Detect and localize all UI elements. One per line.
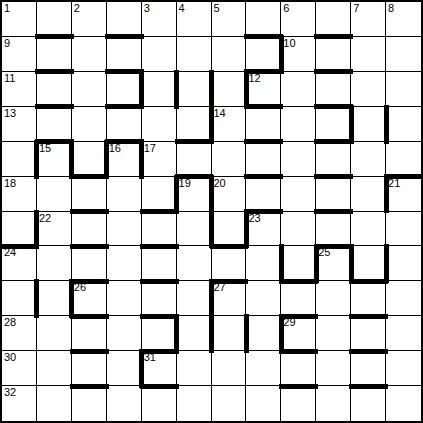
cell-r3c10[interactable] xyxy=(351,107,386,142)
bar-below-r10c2 xyxy=(70,384,109,389)
cell-r8c8[interactable] xyxy=(281,281,316,316)
cell-r4c5[interactable] xyxy=(177,142,212,177)
cell-r5c9[interactable] xyxy=(316,177,351,212)
cell-r1c7[interactable] xyxy=(246,37,281,72)
cell-r7c10[interactable] xyxy=(351,246,386,281)
cell-r0c11[interactable] xyxy=(386,2,421,37)
cell-r8c10[interactable] xyxy=(351,281,386,316)
bar-right-r8c0 xyxy=(34,279,39,318)
bar-below-r5c4 xyxy=(140,209,179,214)
bar-below-r0c9 xyxy=(314,34,353,39)
bar-right-r2c5 xyxy=(209,70,214,109)
cell-r10c5[interactable] xyxy=(177,351,212,386)
bar-right-r4c1 xyxy=(69,140,74,179)
cell-r8c9[interactable] xyxy=(316,281,351,316)
bar-below-r9c2 xyxy=(70,349,109,354)
cell-r4c11[interactable] xyxy=(386,142,421,177)
cell-r0c7[interactable] xyxy=(246,2,281,37)
bar-below-r7c10 xyxy=(349,279,388,284)
cell-r10c1[interactable] xyxy=(37,351,72,386)
cell-r0c0[interactable] xyxy=(2,2,37,37)
cell-r10c9[interactable] xyxy=(316,351,351,386)
cell-r6c8[interactable] xyxy=(281,212,316,247)
bar-right-r9c4 xyxy=(174,314,179,353)
bar-below-r6c4 xyxy=(140,244,179,249)
cell-r7c1[interactable] xyxy=(37,246,72,281)
cell-r2c7[interactable] xyxy=(246,72,281,107)
cell-r8c0[interactable] xyxy=(2,281,37,316)
cell-r2c10[interactable] xyxy=(351,72,386,107)
bar-below-r6c0 xyxy=(0,244,39,249)
cell-r2c4[interactable] xyxy=(142,72,177,107)
bar-below-r3c3 xyxy=(105,139,144,144)
bar-right-r4c2 xyxy=(104,140,109,179)
bar-below-r6c2 xyxy=(70,244,109,249)
cell-r3c8[interactable] xyxy=(281,107,316,142)
cell-r7c4[interactable] xyxy=(142,246,177,281)
cell-r5c2[interactable] xyxy=(72,177,107,212)
cell-r9c8[interactable] xyxy=(281,316,316,351)
bar-right-r9c6 xyxy=(244,314,249,353)
cell-r5c10[interactable] xyxy=(351,177,386,212)
cell-r10c3[interactable] xyxy=(107,351,142,386)
cell-r11c0[interactable] xyxy=(2,386,37,421)
cell-r8c11[interactable] xyxy=(386,281,421,316)
cell-r5c6[interactable] xyxy=(212,177,247,212)
cell-r7c3[interactable] xyxy=(107,246,142,281)
bar-right-r4c3 xyxy=(139,140,144,179)
cell-r6c10[interactable] xyxy=(351,212,386,247)
cell-r7c9[interactable] xyxy=(316,246,351,281)
cell-r1c10[interactable] xyxy=(351,37,386,72)
bar-below-r1c3 xyxy=(105,69,144,74)
cell-r1c2[interactable] xyxy=(72,37,107,72)
cell-r5c8[interactable] xyxy=(281,177,316,212)
cell-r3c0[interactable] xyxy=(2,107,37,142)
bar-below-r3c9 xyxy=(314,139,353,144)
bar-below-r1c1 xyxy=(35,69,74,74)
bar-right-r8c1 xyxy=(69,279,74,318)
cell-r11c4[interactable] xyxy=(142,386,177,421)
bar-right-r7c9 xyxy=(349,244,354,283)
cell-r11c3[interactable] xyxy=(107,386,142,421)
cell-r11c9[interactable] xyxy=(316,386,351,421)
bar-below-r5c9 xyxy=(314,209,353,214)
bar-right-r2c4 xyxy=(174,70,179,109)
cell-r3c1[interactable] xyxy=(37,107,72,142)
cell-r6c9[interactable] xyxy=(316,212,351,247)
cell-r9c2[interactable] xyxy=(72,316,107,351)
bar-below-r7c2 xyxy=(70,279,109,284)
bar-below-r3c7 xyxy=(244,139,283,144)
cell-r5c7[interactable] xyxy=(246,177,281,212)
bar-below-r6c9 xyxy=(314,244,353,249)
bar-right-r1c7 xyxy=(279,35,284,74)
bar-below-r2c1 xyxy=(35,104,74,109)
cell-r7c8[interactable] xyxy=(281,246,316,281)
cell-r11c11[interactable] xyxy=(386,386,421,421)
cell-r10c10[interactable] xyxy=(351,351,386,386)
bar-below-r9c4 xyxy=(140,349,179,354)
cell-r9c5[interactable] xyxy=(177,316,212,351)
cell-r2c9[interactable] xyxy=(316,72,351,107)
bar-below-r3c5 xyxy=(175,139,214,144)
cell-r9c3[interactable] xyxy=(107,316,142,351)
cell-r9c11[interactable] xyxy=(386,316,421,351)
cell-r1c9[interactable] xyxy=(316,37,351,72)
cell-r4c6[interactable] xyxy=(212,142,247,177)
cell-r8c5[interactable] xyxy=(177,281,212,316)
bar-below-r8c8 xyxy=(279,314,318,319)
cell-r3c9[interactable] xyxy=(316,107,351,142)
cell-r7c7[interactable] xyxy=(246,246,281,281)
cell-r4c2[interactable] xyxy=(72,142,107,177)
bar-below-r4c9 xyxy=(314,174,353,179)
cell-r11c2[interactable] xyxy=(72,386,107,421)
bar-below-r7c8 xyxy=(279,279,318,284)
cell-r9c0[interactable] xyxy=(2,316,37,351)
cell-r7c2[interactable] xyxy=(72,246,107,281)
cell-r6c6[interactable] xyxy=(212,212,247,247)
bar-below-r2c3 xyxy=(105,104,144,109)
bar-right-r9c5 xyxy=(209,314,214,353)
cell-r1c3[interactable] xyxy=(107,37,142,72)
cell-r6c3[interactable] xyxy=(107,212,142,247)
cell-r10c4[interactable] xyxy=(142,351,177,386)
bar-right-r7c8 xyxy=(314,244,319,283)
bar-below-r7c4 xyxy=(140,279,179,284)
cell-r6c11[interactable] xyxy=(386,212,421,247)
cell-r4c0[interactable] xyxy=(2,142,37,177)
cell-r5c11[interactable] xyxy=(386,177,421,212)
bar-below-r10c8 xyxy=(279,384,318,389)
bar-right-r2c3 xyxy=(139,70,144,109)
cell-r6c2[interactable] xyxy=(72,212,107,247)
cell-r4c7[interactable] xyxy=(246,142,281,177)
cell-r5c0[interactable] xyxy=(2,177,37,212)
bar-right-r6c0 xyxy=(34,210,39,249)
cell-r11c8[interactable] xyxy=(281,386,316,421)
cell-r11c1[interactable] xyxy=(37,386,72,421)
cell-r3c11[interactable] xyxy=(386,107,421,142)
bar-right-r7c7 xyxy=(279,244,284,283)
bar-below-r2c9 xyxy=(314,104,353,109)
bar-right-r6c6 xyxy=(244,210,249,249)
bar-right-r2c6 xyxy=(244,70,249,109)
cell-r0c2[interactable] xyxy=(72,2,107,37)
bar-below-r4c11 xyxy=(384,174,423,179)
cell-r6c4[interactable] xyxy=(142,212,177,247)
cell-r4c4[interactable] xyxy=(142,142,177,177)
cell-r0c1[interactable] xyxy=(37,2,72,37)
cell-r1c8[interactable] xyxy=(281,37,316,72)
cell-r7c0[interactable] xyxy=(2,246,37,281)
cell-r6c1[interactable] xyxy=(37,212,72,247)
cell-r10c0[interactable] xyxy=(2,351,37,386)
bar-right-r9c7 xyxy=(279,314,284,353)
cell-r5c4[interactable] xyxy=(142,177,177,212)
cell-r9c9[interactable] xyxy=(316,316,351,351)
cell-r4c9[interactable] xyxy=(316,142,351,177)
crossword-board: 1234567891011121314151617181920212223242… xyxy=(0,0,423,423)
bar-below-r4c5 xyxy=(175,174,214,179)
cell-r4c8[interactable] xyxy=(281,142,316,177)
bar-below-r2c7 xyxy=(244,104,283,109)
cell-r10c11[interactable] xyxy=(386,351,421,386)
cell-r3c3[interactable] xyxy=(107,107,142,142)
cell-r3c6[interactable] xyxy=(212,107,247,142)
bar-right-r7c10 xyxy=(384,244,389,283)
bar-right-r5c5 xyxy=(209,175,214,214)
cell-r5c5[interactable] xyxy=(177,177,212,212)
bar-below-r5c7 xyxy=(244,209,283,214)
cell-r11c10[interactable] xyxy=(351,386,386,421)
cell-r2c11[interactable] xyxy=(386,72,421,107)
cell-r8c1[interactable] xyxy=(37,281,72,316)
cell-r2c5[interactable] xyxy=(177,72,212,107)
cell-r3c5[interactable] xyxy=(177,107,212,142)
cell-r1c0[interactable] xyxy=(2,37,37,72)
bar-below-r10c4 xyxy=(140,384,179,389)
cell-r5c1[interactable] xyxy=(37,177,72,212)
bar-below-r5c2 xyxy=(70,209,109,214)
bar-right-r10c3 xyxy=(139,349,144,388)
bar-right-r5c10 xyxy=(384,175,389,214)
cell-r2c6[interactable] xyxy=(212,72,247,107)
bar-right-r8c5 xyxy=(209,279,214,318)
cell-r2c8[interactable] xyxy=(281,72,316,107)
cell-r8c4[interactable] xyxy=(142,281,177,316)
bar-right-r3c9 xyxy=(349,105,354,144)
cell-r0c9[interactable] xyxy=(316,2,351,37)
cell-r8c6[interactable] xyxy=(212,281,247,316)
bar-right-r3c5 xyxy=(209,105,214,144)
bar-right-r3c10 xyxy=(384,105,389,144)
cell-r2c1[interactable] xyxy=(37,72,72,107)
cell-r8c2[interactable] xyxy=(72,281,107,316)
bar-below-r3c1 xyxy=(35,139,74,144)
bar-below-r6c6 xyxy=(210,244,249,249)
cell-r10c7[interactable] xyxy=(246,351,281,386)
bar-below-r0c3 xyxy=(105,34,144,39)
bar-below-r9c10 xyxy=(349,349,388,354)
cell-r11c7[interactable] xyxy=(246,386,281,421)
cell-r2c0[interactable] xyxy=(2,72,37,107)
cell-r3c2[interactable] xyxy=(72,107,107,142)
bar-below-r9c8 xyxy=(279,349,318,354)
cell-r6c0[interactable] xyxy=(2,212,37,247)
cell-r8c3[interactable] xyxy=(107,281,142,316)
cell-r9c6[interactable] xyxy=(212,316,247,351)
bar-below-r8c2 xyxy=(70,314,109,319)
cell-r0c8[interactable] xyxy=(281,2,316,37)
bar-below-r1c7 xyxy=(244,69,283,74)
cell-r3c7[interactable] xyxy=(246,107,281,142)
cell-r1c6[interactable] xyxy=(212,37,247,72)
cell-r5c3[interactable] xyxy=(107,177,142,212)
cell-r0c5[interactable] xyxy=(177,2,212,37)
cell-r10c8[interactable] xyxy=(281,351,316,386)
bar-below-r0c1 xyxy=(35,34,74,39)
cell-r7c5[interactable] xyxy=(177,246,212,281)
bar-below-r4c7 xyxy=(244,174,283,179)
cell-r6c5[interactable] xyxy=(177,212,212,247)
cell-r10c2[interactable] xyxy=(72,351,107,386)
cell-r4c3[interactable] xyxy=(107,142,142,177)
bar-right-r4c0 xyxy=(34,140,39,179)
bar-right-r5c4 xyxy=(174,175,179,214)
cell-r9c4[interactable] xyxy=(142,316,177,351)
cell-r6c7[interactable] xyxy=(246,212,281,247)
bar-below-r10c10 xyxy=(349,384,388,389)
bar-below-r7c6 xyxy=(210,279,249,284)
cell-r4c10[interactable] xyxy=(351,142,386,177)
cell-r9c10[interactable] xyxy=(351,316,386,351)
cell-r0c4[interactable] xyxy=(142,2,177,37)
cell-r8c7[interactable] xyxy=(246,281,281,316)
cell-r1c1[interactable] xyxy=(37,37,72,72)
cell-r7c6[interactable] xyxy=(212,246,247,281)
cell-r7c11[interactable] xyxy=(386,246,421,281)
cell-r1c5[interactable] xyxy=(177,37,212,72)
cell-r11c6[interactable] xyxy=(212,386,247,421)
cell-r2c3[interactable] xyxy=(107,72,142,107)
cell-r11c5[interactable] xyxy=(177,386,212,421)
cell-r0c6[interactable] xyxy=(212,2,247,37)
bar-below-r8c4 xyxy=(140,314,179,319)
cell-r2c2[interactable] xyxy=(72,72,107,107)
bar-right-r6c5 xyxy=(209,210,214,249)
cell-r3c4[interactable] xyxy=(142,107,177,142)
bar-below-r8c10 xyxy=(349,314,388,319)
cell-r4c1[interactable] xyxy=(37,142,72,177)
bar-below-r4c2 xyxy=(70,174,109,179)
cell-r9c1[interactable] xyxy=(37,316,72,351)
cell-r0c10[interactable] xyxy=(351,2,386,37)
cell-r1c4[interactable] xyxy=(142,37,177,72)
cell-r0c3[interactable] xyxy=(107,2,142,37)
bar-below-r1c9 xyxy=(314,69,353,74)
cell-r10c6[interactable] xyxy=(212,351,247,386)
cell-r9c7[interactable] xyxy=(246,316,281,351)
bar-below-r0c7 xyxy=(244,34,283,39)
cell-r1c11[interactable] xyxy=(386,37,421,72)
